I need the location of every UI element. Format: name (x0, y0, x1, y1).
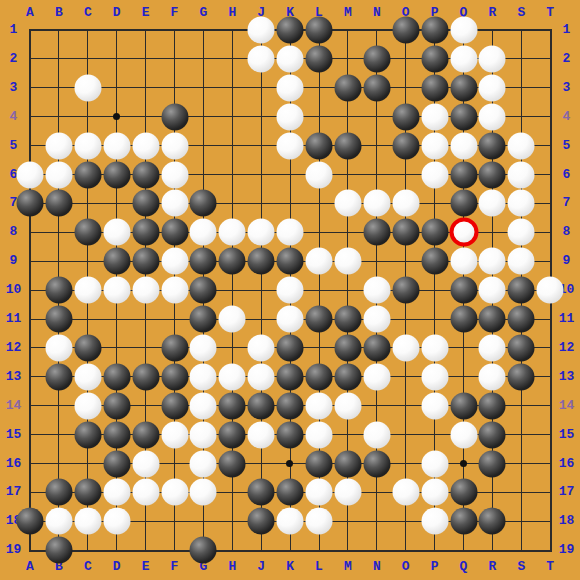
column-label: C (73, 559, 103, 574)
black-stone (190, 537, 217, 564)
white-stone (421, 161, 448, 188)
black-stone (450, 508, 477, 535)
black-stone (132, 421, 159, 448)
black-stone (421, 45, 448, 72)
column-label: B (44, 5, 74, 20)
black-stone (248, 248, 275, 275)
black-stone (392, 17, 419, 44)
white-stone (306, 248, 333, 275)
white-stone (190, 219, 217, 246)
white-stone (421, 450, 448, 477)
white-stone (103, 277, 130, 304)
column-label: P (420, 559, 450, 574)
row-label: 14 (552, 398, 580, 413)
white-stone (334, 248, 361, 275)
black-stone (277, 248, 304, 275)
column-label: T (535, 5, 565, 20)
white-stone (421, 508, 448, 535)
black-stone (508, 334, 535, 361)
black-stone (103, 392, 130, 419)
white-stone (392, 479, 419, 506)
column-label: A (15, 5, 45, 20)
black-stone (45, 190, 72, 217)
go-board[interactable]: AABBCCDDEEFFGGHHJJKKLLMMNNOOPPQQRRSSTT11… (0, 0, 580, 580)
row-label: 18 (552, 513, 580, 528)
white-stone (161, 248, 188, 275)
black-stone (479, 508, 506, 535)
black-stone (103, 248, 130, 275)
white-stone (306, 392, 333, 419)
black-stone (45, 537, 72, 564)
white-stone (479, 74, 506, 101)
white-stone (450, 45, 477, 72)
white-stone (537, 277, 564, 304)
black-stone (45, 306, 72, 333)
black-stone (190, 306, 217, 333)
column-label: S (506, 5, 536, 20)
white-stone (132, 132, 159, 159)
black-stone (161, 334, 188, 361)
row-label: 13 (552, 369, 580, 384)
white-stone (190, 450, 217, 477)
black-stone (190, 248, 217, 275)
black-stone (190, 190, 217, 217)
black-stone (450, 479, 477, 506)
white-stone (334, 392, 361, 419)
white-stone (190, 479, 217, 506)
white-stone (45, 334, 72, 361)
row-label: 12 (0, 340, 29, 355)
white-stone (421, 132, 448, 159)
black-stone (132, 363, 159, 390)
black-stone (103, 450, 130, 477)
row-label: 17 (0, 484, 29, 499)
white-stone (450, 421, 477, 448)
white-stone (132, 479, 159, 506)
black-stone (479, 450, 506, 477)
white-stone (363, 190, 390, 217)
row-label: 15 (552, 427, 580, 442)
black-stone (103, 421, 130, 448)
white-stone (363, 277, 390, 304)
black-stone (450, 103, 477, 130)
white-stone (190, 334, 217, 361)
black-stone (248, 508, 275, 535)
white-stone (508, 190, 535, 217)
black-stone (306, 450, 333, 477)
white-stone (161, 161, 188, 188)
black-stone (277, 17, 304, 44)
column-label: F (160, 5, 190, 20)
black-stone (479, 421, 506, 448)
black-stone (161, 392, 188, 419)
black-stone (45, 277, 72, 304)
black-stone (132, 248, 159, 275)
row-label: 1 (552, 22, 580, 37)
black-stone (306, 363, 333, 390)
row-label: 5 (0, 138, 29, 153)
black-stone (74, 479, 101, 506)
black-stone (306, 17, 333, 44)
white-stone (306, 161, 333, 188)
row-label: 4 (0, 109, 29, 124)
black-stone (479, 161, 506, 188)
white-stone (421, 479, 448, 506)
black-stone (450, 190, 477, 217)
black-stone (306, 45, 333, 72)
row-label: 3 (0, 80, 29, 95)
white-stone (421, 363, 448, 390)
white-stone (74, 277, 101, 304)
column-label: M (333, 5, 363, 20)
white-stone (161, 190, 188, 217)
black-stone (363, 334, 390, 361)
row-label: 12 (552, 340, 580, 355)
black-stone (277, 363, 304, 390)
white-stone (248, 45, 275, 72)
row-label: 8 (0, 224, 29, 239)
white-stone (248, 219, 275, 246)
white-stone (508, 219, 535, 246)
white-stone (190, 392, 217, 419)
white-stone (508, 248, 535, 275)
row-label: 19 (552, 542, 580, 557)
black-stone (392, 277, 419, 304)
black-stone (363, 219, 390, 246)
black-stone (277, 479, 304, 506)
white-stone (74, 74, 101, 101)
white-stone (363, 306, 390, 333)
row-label: 14 (0, 398, 29, 413)
white-stone (103, 132, 130, 159)
column-label: Q (449, 559, 479, 574)
white-stone (277, 508, 304, 535)
black-stone (190, 277, 217, 304)
column-label: K (275, 559, 305, 574)
white-stone (132, 277, 159, 304)
white-stone (248, 363, 275, 390)
white-stone (219, 219, 246, 246)
column-label: R (477, 559, 507, 574)
black-stone (334, 74, 361, 101)
black-stone (421, 17, 448, 44)
white-stone (479, 103, 506, 130)
black-stone (306, 132, 333, 159)
black-stone (17, 508, 44, 535)
row-label: 16 (0, 456, 29, 471)
white-stone (45, 132, 72, 159)
white-stone (103, 479, 130, 506)
black-stone (161, 363, 188, 390)
white-stone (334, 479, 361, 506)
white-stone (392, 190, 419, 217)
white-stone (190, 363, 217, 390)
white-stone (161, 277, 188, 304)
row-label: 16 (552, 456, 580, 471)
row-label: 6 (552, 167, 580, 182)
black-stone (103, 161, 130, 188)
white-stone (74, 363, 101, 390)
white-stone (74, 508, 101, 535)
black-stone (219, 421, 246, 448)
black-stone (508, 277, 535, 304)
row-label: 9 (0, 253, 29, 268)
white-stone (479, 248, 506, 275)
row-label: 17 (552, 484, 580, 499)
star-point (460, 460, 467, 467)
row-label: 13 (0, 369, 29, 384)
column-label: H (217, 559, 247, 574)
white-stone (421, 103, 448, 130)
black-stone (161, 103, 188, 130)
star-point (286, 460, 293, 467)
black-stone (363, 450, 390, 477)
white-stone (277, 103, 304, 130)
black-stone (17, 190, 44, 217)
black-stone (248, 479, 275, 506)
black-stone (103, 363, 130, 390)
white-stone (132, 450, 159, 477)
row-label: 4 (552, 109, 580, 124)
black-stone (479, 132, 506, 159)
black-stone (277, 421, 304, 448)
white-stone (421, 334, 448, 361)
column-label: C (73, 5, 103, 20)
black-stone (334, 132, 361, 159)
white-stone (74, 132, 101, 159)
white-stone (277, 45, 304, 72)
white-stone (103, 508, 130, 535)
white-stone (306, 508, 333, 535)
white-stone (306, 421, 333, 448)
black-stone (334, 334, 361, 361)
black-stone (277, 392, 304, 419)
column-label: R (477, 5, 507, 20)
white-stone (479, 334, 506, 361)
row-label: 5 (552, 138, 580, 153)
black-stone (508, 363, 535, 390)
column-label: L (304, 559, 334, 574)
white-stone (161, 421, 188, 448)
white-stone (508, 132, 535, 159)
black-stone (219, 248, 246, 275)
black-stone (334, 450, 361, 477)
black-stone (219, 392, 246, 419)
column-label: D (102, 5, 132, 20)
column-label: J (246, 559, 276, 574)
white-stone (479, 277, 506, 304)
black-stone (450, 306, 477, 333)
column-label: T (535, 559, 565, 574)
row-label: 15 (0, 427, 29, 442)
black-stone (421, 74, 448, 101)
row-label: 8 (552, 224, 580, 239)
white-stone (334, 190, 361, 217)
white-stone (392, 334, 419, 361)
black-stone (392, 132, 419, 159)
row-label: 10 (0, 282, 29, 297)
column-label: F (160, 559, 190, 574)
white-stone (219, 306, 246, 333)
black-stone (450, 277, 477, 304)
black-stone (74, 161, 101, 188)
white-stone (479, 190, 506, 217)
white-stone (277, 219, 304, 246)
column-label: O (391, 559, 421, 574)
last-move-marker (449, 218, 478, 247)
black-stone (74, 219, 101, 246)
black-stone (277, 334, 304, 361)
row-label: 7 (552, 195, 580, 210)
white-stone (450, 248, 477, 275)
white-stone (17, 161, 44, 188)
column-label: S (506, 559, 536, 574)
black-stone (248, 392, 275, 419)
black-stone (450, 161, 477, 188)
column-label: E (131, 559, 161, 574)
row-label: 1 (0, 22, 29, 37)
white-stone (248, 334, 275, 361)
row-label: 2 (0, 51, 29, 66)
white-stone (161, 479, 188, 506)
white-stone (45, 508, 72, 535)
row-label: 9 (552, 253, 580, 268)
white-stone (306, 479, 333, 506)
column-label: G (188, 5, 218, 20)
black-stone (363, 45, 390, 72)
black-stone (45, 363, 72, 390)
row-label: 3 (552, 80, 580, 95)
black-stone (74, 421, 101, 448)
white-stone (421, 392, 448, 419)
black-stone (334, 306, 361, 333)
white-stone (248, 421, 275, 448)
star-point (113, 113, 120, 120)
white-stone (277, 306, 304, 333)
black-stone (306, 306, 333, 333)
black-stone (132, 161, 159, 188)
column-label: A (15, 559, 45, 574)
column-label: N (362, 5, 392, 20)
black-stone (161, 219, 188, 246)
column-label: E (131, 5, 161, 20)
black-stone (132, 219, 159, 246)
black-stone (45, 479, 72, 506)
column-label: N (362, 559, 392, 574)
white-stone (161, 132, 188, 159)
column-label: M (333, 559, 363, 574)
black-stone (392, 103, 419, 130)
black-stone (508, 306, 535, 333)
white-stone (74, 392, 101, 419)
white-stone (508, 161, 535, 188)
black-stone (450, 392, 477, 419)
white-stone (479, 45, 506, 72)
white-stone (103, 219, 130, 246)
white-stone (363, 421, 390, 448)
row-label: 19 (0, 542, 29, 557)
black-stone (450, 74, 477, 101)
column-label: H (217, 5, 247, 20)
black-stone (74, 334, 101, 361)
white-stone (450, 132, 477, 159)
black-stone (421, 219, 448, 246)
black-stone (392, 219, 419, 246)
white-stone (277, 277, 304, 304)
white-stone (363, 363, 390, 390)
black-stone (363, 74, 390, 101)
white-stone (277, 74, 304, 101)
black-stone (479, 392, 506, 419)
row-label: 11 (0, 311, 29, 326)
white-stone (45, 161, 72, 188)
black-stone (132, 190, 159, 217)
white-stone (219, 363, 246, 390)
black-stone (219, 450, 246, 477)
white-stone (248, 17, 275, 44)
row-label: 2 (552, 51, 580, 66)
white-stone (479, 363, 506, 390)
white-stone (190, 421, 217, 448)
white-stone (450, 17, 477, 44)
row-label: 11 (552, 311, 580, 326)
column-label: D (102, 559, 132, 574)
black-stone (334, 363, 361, 390)
black-stone (479, 306, 506, 333)
white-stone (277, 132, 304, 159)
black-stone (421, 248, 448, 275)
